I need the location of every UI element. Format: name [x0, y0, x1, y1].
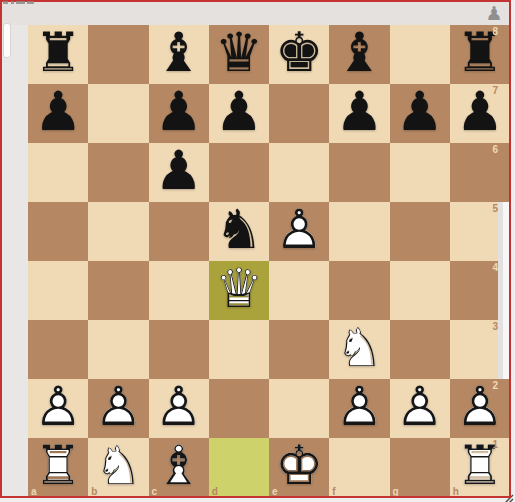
square-a6[interactable]: [28, 143, 88, 202]
left-scrollbar-thumb[interactable]: [3, 23, 11, 58]
square-c7[interactable]: ♟: [149, 84, 209, 143]
black-bishop[interactable]: ♝: [329, 25, 389, 84]
square-g4[interactable]: [390, 261, 450, 320]
square-a5[interactable]: [28, 202, 88, 261]
square-d7[interactable]: ♟: [209, 84, 269, 143]
square-e3[interactable]: [269, 320, 329, 379]
square-c3[interactable]: [149, 320, 209, 379]
square-g3[interactable]: [390, 320, 450, 379]
square-e7[interactable]: [269, 84, 329, 143]
square-a3[interactable]: [28, 320, 88, 379]
file-label: h: [453, 486, 459, 497]
square-e1[interactable]: e♚♔: [269, 438, 329, 497]
file-label: f: [332, 486, 335, 497]
black-bishop[interactable]: ♝: [149, 25, 209, 84]
white-pawn[interactable]: ♟♙: [88, 379, 148, 438]
right-scrollbar-thumb[interactable]: [498, 202, 510, 379]
square-f4[interactable]: [329, 261, 389, 320]
square-g5[interactable]: [390, 202, 450, 261]
square-d2[interactable]: [209, 379, 269, 438]
white-pawn[interactable]: ♟♙: [390, 379, 450, 438]
file-label: g: [393, 486, 399, 497]
square-g8[interactable]: [390, 25, 450, 84]
square-d1[interactable]: d: [209, 438, 269, 497]
white-king[interactable]: ♚♔: [269, 438, 329, 497]
square-c6[interactable]: ♟: [149, 143, 209, 202]
square-g6[interactable]: [390, 143, 450, 202]
chess-board: ♜♝♛♚♝8♜♟♟♟♟♟7♟♟6♞♟♙5♛♕4♞♘3♟♙♟♙♟♙♟♙♟♙2♟♙a…: [28, 25, 510, 497]
square-d3[interactable]: [209, 320, 269, 379]
black-queen[interactable]: ♛: [209, 25, 269, 84]
black-pawn[interactable]: ♟: [450, 84, 510, 143]
rank-label: 8: [492, 26, 498, 37]
rank-label: 2: [492, 380, 498, 391]
black-rook[interactable]: ♜: [28, 25, 88, 84]
rank-label: 1: [492, 439, 498, 450]
square-b4[interactable]: [88, 261, 148, 320]
black-king[interactable]: ♚: [269, 25, 329, 84]
square-g7[interactable]: ♟: [390, 84, 450, 143]
square-e2[interactable]: [269, 379, 329, 438]
black-pawn[interactable]: ♟: [329, 84, 389, 143]
square-h2[interactable]: 2♟♙: [450, 379, 510, 438]
black-pawn[interactable]: ♟: [28, 84, 88, 143]
square-f6[interactable]: [329, 143, 389, 202]
square-d4[interactable]: ♛♕: [209, 261, 269, 320]
square-f1[interactable]: f: [329, 438, 389, 497]
black-pawn[interactable]: ♟: [209, 84, 269, 143]
black-rook[interactable]: ♜: [450, 25, 510, 84]
square-a7[interactable]: ♟: [28, 84, 88, 143]
square-d8[interactable]: ♛: [209, 25, 269, 84]
file-label: b: [91, 486, 97, 497]
square-f7[interactable]: ♟: [329, 84, 389, 143]
square-c4[interactable]: [149, 261, 209, 320]
square-e8[interactable]: ♚: [269, 25, 329, 84]
square-h8[interactable]: 8♜: [450, 25, 510, 84]
white-pawn[interactable]: ♟♙: [329, 379, 389, 438]
square-b1[interactable]: b♞♘: [88, 438, 148, 497]
white-pawn[interactable]: ♟♙: [28, 379, 88, 438]
file-label: e: [272, 486, 278, 497]
white-pawn[interactable]: ♟♙: [450, 379, 510, 438]
square-d6[interactable]: [209, 143, 269, 202]
white-pawn[interactable]: ♟♙: [149, 379, 209, 438]
white-queen[interactable]: ♛♕: [209, 261, 269, 320]
square-c1[interactable]: c♝♗: [149, 438, 209, 497]
square-f2[interactable]: ♟♙: [329, 379, 389, 438]
resize-handle-icon[interactable]: [502, 489, 514, 501]
square-a1[interactable]: a♜♖: [28, 438, 88, 497]
square-e5[interactable]: ♟♙: [269, 202, 329, 261]
app-window: ♟ ♜♝♛♚♝8♜♟♟♟♟♟7♟♟6♞♟♙5♛♕4♞♘3♟♙♟♙♟♙♟♙♟♙2♟…: [0, 0, 515, 502]
square-c8[interactable]: ♝: [149, 25, 209, 84]
square-c5[interactable]: [149, 202, 209, 261]
rank-label: 6: [492, 144, 498, 155]
rank-label: 7: [492, 85, 498, 96]
square-b8[interactable]: [88, 25, 148, 84]
square-c2[interactable]: ♟♙: [149, 379, 209, 438]
file-label: c: [152, 486, 158, 497]
square-d5[interactable]: ♞: [209, 202, 269, 261]
square-h7[interactable]: 7♟: [450, 84, 510, 143]
square-b5[interactable]: [88, 202, 148, 261]
black-pawn[interactable]: ♟: [390, 84, 450, 143]
square-h6[interactable]: 6: [450, 143, 510, 202]
square-g2[interactable]: ♟♙: [390, 379, 450, 438]
square-b7[interactable]: [88, 84, 148, 143]
black-pawn[interactable]: ♟: [149, 84, 209, 143]
white-rook[interactable]: ♜♖: [28, 438, 88, 497]
square-b3[interactable]: [88, 320, 148, 379]
black-knight[interactable]: ♞: [209, 202, 269, 261]
left-gutter: [2, 25, 28, 496]
square-h1[interactable]: 1h♜♖: [450, 438, 510, 497]
clipped-text-fragment: [3, 1, 38, 4]
pawn-icon: ♟: [484, 3, 504, 24]
square-f5[interactable]: [329, 202, 389, 261]
square-a2[interactable]: ♟♙: [28, 379, 88, 438]
square-a8[interactable]: ♜: [28, 25, 88, 84]
square-a4[interactable]: [28, 261, 88, 320]
white-bishop[interactable]: ♝♗: [149, 438, 209, 497]
file-label: d: [212, 486, 218, 497]
square-b2[interactable]: ♟♙: [88, 379, 148, 438]
white-pawn[interactable]: ♟♙: [269, 202, 329, 261]
square-b6[interactable]: [88, 143, 148, 202]
square-e4[interactable]: [269, 261, 329, 320]
square-g1[interactable]: g: [390, 438, 450, 497]
square-f8[interactable]: ♝: [329, 25, 389, 84]
black-pawn[interactable]: ♟: [149, 143, 209, 202]
file-label: a: [31, 486, 37, 497]
square-e6[interactable]: [269, 143, 329, 202]
square-f3[interactable]: ♞♘: [329, 320, 389, 379]
white-knight[interactable]: ♞♘: [329, 320, 389, 379]
